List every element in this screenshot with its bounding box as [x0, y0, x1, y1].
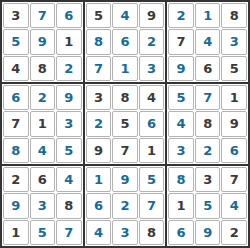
cell-r1c7[interactable]: 2: [168, 3, 194, 28]
sudoku-board: 3765914825498627132187439656297138453842…: [0, 0, 250, 248]
cell-r9c6[interactable]: 8: [139, 220, 165, 245]
cell-r3c9[interactable]: 5: [221, 56, 247, 81]
cell-r7c9[interactable]: 7: [221, 167, 247, 192]
cell-r2c9[interactable]: 3: [221, 29, 247, 54]
cell-r4c9[interactable]: 1: [221, 85, 247, 110]
cell-r5c4[interactable]: 2: [86, 111, 112, 136]
cell-r3c2[interactable]: 8: [30, 56, 56, 81]
cell-r3c8[interactable]: 6: [195, 56, 221, 81]
cell-r9c2[interactable]: 5: [30, 220, 56, 245]
box-4: 629713845: [2, 84, 83, 164]
cell-r4c6[interactable]: 4: [139, 85, 165, 110]
cell-r1c4[interactable]: 5: [86, 3, 112, 28]
cell-r3c4[interactable]: 7: [86, 56, 112, 81]
cell-r8c5[interactable]: 2: [112, 193, 138, 218]
cell-r6c7[interactable]: 3: [168, 138, 194, 163]
cell-r5c3[interactable]: 3: [56, 111, 82, 136]
cell-r8c9[interactable]: 4: [221, 193, 247, 218]
cell-r8c7[interactable]: 1: [168, 193, 194, 218]
cell-r4c5[interactable]: 8: [112, 85, 138, 110]
cell-r7c3[interactable]: 4: [56, 167, 82, 192]
cell-r8c3[interactable]: 8: [56, 193, 82, 218]
cell-r9c7[interactable]: 6: [168, 220, 194, 245]
cell-r2c8[interactable]: 4: [195, 29, 221, 54]
cell-r1c1[interactable]: 3: [3, 3, 29, 28]
cell-r9c8[interactable]: 9: [195, 220, 221, 245]
box-1: 376591482: [2, 2, 83, 82]
cell-r5c6[interactable]: 6: [139, 111, 165, 136]
cell-r5c7[interactable]: 4: [168, 111, 194, 136]
cell-r7c1[interactable]: 2: [3, 167, 29, 192]
cell-r6c1[interactable]: 8: [3, 138, 29, 163]
cell-r7c8[interactable]: 3: [195, 167, 221, 192]
cell-r8c1[interactable]: 9: [3, 193, 29, 218]
cell-r9c1[interactable]: 1: [3, 220, 29, 245]
cell-r4c4[interactable]: 3: [86, 85, 112, 110]
cell-r4c3[interactable]: 9: [56, 85, 82, 110]
cell-r1c6[interactable]: 9: [139, 3, 165, 28]
cell-r7c7[interactable]: 8: [168, 167, 194, 192]
cell-r3c6[interactable]: 3: [139, 56, 165, 81]
cell-r2c7[interactable]: 7: [168, 29, 194, 54]
cell-r5c8[interactable]: 8: [195, 111, 221, 136]
cell-r1c5[interactable]: 4: [112, 3, 138, 28]
box-5: 384256971: [85, 84, 166, 164]
cell-r6c9[interactable]: 6: [221, 138, 247, 163]
cell-r4c1[interactable]: 6: [3, 85, 29, 110]
cell-r4c7[interactable]: 5: [168, 85, 194, 110]
cell-r3c3[interactable]: 2: [56, 56, 82, 81]
cell-r2c3[interactable]: 1: [56, 29, 82, 54]
box-9: 837154692: [167, 166, 248, 246]
cell-r2c6[interactable]: 2: [139, 29, 165, 54]
cell-r6c4[interactable]: 9: [86, 138, 112, 163]
cell-r3c7[interactable]: 9: [168, 56, 194, 81]
cell-r2c4[interactable]: 8: [86, 29, 112, 54]
cell-r5c9[interactable]: 9: [221, 111, 247, 136]
cell-r7c2[interactable]: 6: [30, 167, 56, 192]
cell-r8c8[interactable]: 5: [195, 193, 221, 218]
cell-r1c3[interactable]: 6: [56, 3, 82, 28]
cell-r4c2[interactable]: 2: [30, 85, 56, 110]
cell-r5c2[interactable]: 1: [30, 111, 56, 136]
cell-r4c8[interactable]: 7: [195, 85, 221, 110]
cell-r5c5[interactable]: 5: [112, 111, 138, 136]
cell-r5c1[interactable]: 7: [3, 111, 29, 136]
cell-r7c4[interactable]: 1: [86, 167, 112, 192]
cell-r6c6[interactable]: 1: [139, 138, 165, 163]
cell-r1c8[interactable]: 1: [195, 3, 221, 28]
cell-r9c9[interactable]: 2: [221, 220, 247, 245]
cell-r2c1[interactable]: 5: [3, 29, 29, 54]
cell-r3c1[interactable]: 4: [3, 56, 29, 81]
cell-r1c9[interactable]: 8: [221, 3, 247, 28]
cell-r6c2[interactable]: 4: [30, 138, 56, 163]
cell-r7c6[interactable]: 5: [139, 167, 165, 192]
cell-r2c2[interactable]: 9: [30, 29, 56, 54]
cell-r7c5[interactable]: 9: [112, 167, 138, 192]
cell-r8c2[interactable]: 3: [30, 193, 56, 218]
cell-r9c4[interactable]: 4: [86, 220, 112, 245]
cell-r6c5[interactable]: 7: [112, 138, 138, 163]
cell-r8c6[interactable]: 7: [139, 193, 165, 218]
box-8: 195627438: [85, 166, 166, 246]
box-3: 218743965: [167, 2, 248, 82]
cell-r1c2[interactable]: 7: [30, 3, 56, 28]
box-6: 571489326: [167, 84, 248, 164]
cell-r2c5[interactable]: 6: [112, 29, 138, 54]
cell-r9c5[interactable]: 3: [112, 220, 138, 245]
cell-r3c5[interactable]: 1: [112, 56, 138, 81]
cell-r6c3[interactable]: 5: [56, 138, 82, 163]
cell-r9c3[interactable]: 7: [56, 220, 82, 245]
box-7: 264938157: [2, 166, 83, 246]
cell-r6c8[interactable]: 2: [195, 138, 221, 163]
cell-r8c4[interactable]: 6: [86, 193, 112, 218]
box-2: 549862713: [85, 2, 166, 82]
